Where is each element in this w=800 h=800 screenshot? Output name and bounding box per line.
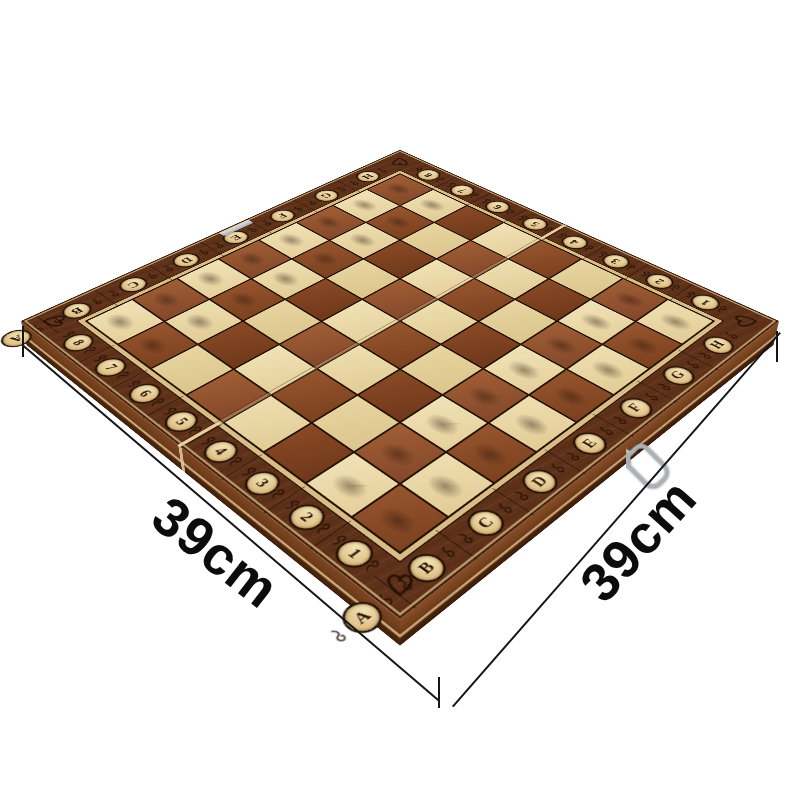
dimension-tick-bottom [438, 677, 440, 708]
scene: 87654321 87654321 HGFEDCBA HGFEDCBA [0, 0, 800, 800]
square-a5[interactable] [187, 370, 270, 422]
white-rook-icon: ♜ [313, 467, 488, 524]
coord-medallion: 1 [332, 537, 378, 571]
coord-medallion: F [267, 208, 298, 223]
coord-medallion: B [403, 551, 449, 586]
coord-medallion: 6 [126, 382, 165, 406]
coord-medallion: 4 [200, 438, 241, 465]
coord-medallion: 7 [92, 356, 129, 379]
product-photo: 87654321 87654321 HGFEDCBA HGFEDCBA [0, 0, 800, 800]
coord-medallion: E [569, 430, 610, 457]
black-pawn-icon: ♟ [83, 294, 227, 349]
dimension-tick-right [776, 331, 778, 362]
square-c5[interactable] [280, 322, 358, 368]
square-b5[interactable] [235, 345, 315, 394]
dimension-tick-left [22, 326, 24, 357]
corner-ornament-h8 [382, 154, 418, 170]
coord-medallion: 5 [162, 409, 202, 435]
coord-medallion: F [616, 396, 655, 421]
